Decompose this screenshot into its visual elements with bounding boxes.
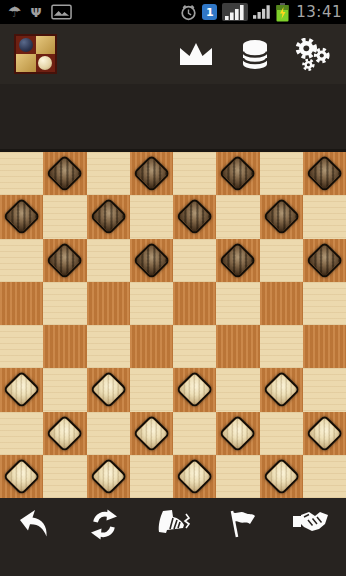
light-man[interactable] — [175, 457, 214, 496]
boot-kick-icon — [153, 509, 193, 537]
square-a4[interactable] — [0, 325, 43, 368]
square-g7[interactable] — [260, 195, 303, 238]
light-man[interactable] — [132, 414, 171, 453]
crown-icon — [177, 41, 215, 67]
app-icon-dark-piece — [16, 36, 36, 54]
dark-man[interactable] — [219, 154, 258, 193]
square-f7[interactable] — [216, 195, 259, 238]
square-c8[interactable] — [87, 152, 130, 195]
square-d1[interactable] — [130, 455, 173, 498]
square-f6[interactable] — [216, 239, 259, 282]
square-f2[interactable] — [216, 412, 259, 455]
square-b1[interactable] — [43, 455, 86, 498]
square-g3[interactable] — [260, 368, 303, 411]
light-man[interactable] — [2, 457, 41, 496]
checkers-board[interactable] — [0, 152, 346, 498]
square-f8[interactable] — [216, 152, 259, 195]
dark-man[interactable] — [46, 241, 85, 280]
dark-man[interactable] — [175, 198, 214, 237]
dark-man[interactable] — [305, 154, 344, 193]
square-f4[interactable] — [216, 325, 259, 368]
handshake-icon — [292, 509, 330, 535]
square-h5[interactable] — [303, 282, 346, 325]
square-b7[interactable] — [43, 195, 86, 238]
square-g1[interactable] — [260, 455, 303, 498]
square-a2[interactable] — [0, 412, 43, 455]
square-b5[interactable] — [43, 282, 86, 325]
light-man[interactable] — [262, 371, 301, 410]
signal-primary-icon — [222, 3, 248, 21]
dark-man[interactable] — [219, 241, 258, 280]
empty-strip — [0, 84, 346, 152]
light-man[interactable] — [89, 371, 128, 410]
square-e2[interactable] — [173, 412, 216, 455]
square-c6[interactable] — [87, 239, 130, 282]
usb-icon: Ψ — [30, 6, 41, 19]
coin-stack-icon — [241, 39, 269, 70]
app-bar — [0, 24, 346, 84]
dark-man[interactable] — [132, 154, 171, 193]
square-a3[interactable] — [0, 368, 43, 411]
app-screen: ☂ Ψ 1 — [0, 0, 346, 576]
battery-charging-icon — [276, 3, 289, 22]
undo-button[interactable] — [0, 509, 69, 539]
app-icon-light-piece — [36, 54, 56, 72]
square-b4[interactable] — [43, 325, 86, 368]
dark-man[interactable] — [2, 198, 41, 237]
square-d3[interactable] — [130, 368, 173, 411]
kick-button[interactable] — [138, 509, 207, 537]
gears-icon — [295, 38, 330, 71]
square-a1[interactable] — [0, 455, 43, 498]
light-man[interactable] — [89, 457, 128, 496]
square-c5[interactable] — [87, 282, 130, 325]
square-h3[interactable] — [303, 368, 346, 411]
square-h6[interactable] — [303, 239, 346, 282]
dark-man[interactable] — [262, 198, 301, 237]
square-d7[interactable] — [130, 195, 173, 238]
square-f1[interactable] — [216, 455, 259, 498]
square-d8[interactable] — [130, 152, 173, 195]
square-d5[interactable] — [130, 282, 173, 325]
square-e8[interactable] — [173, 152, 216, 195]
square-f5[interactable] — [216, 282, 259, 325]
umbrella-icon: ☂ — [8, 5, 21, 20]
crown-button[interactable] — [177, 41, 215, 67]
square-c4[interactable] — [87, 325, 130, 368]
signal-secondary-icon — [253, 5, 271, 19]
dark-man[interactable] — [305, 241, 344, 280]
square-g2[interactable] — [260, 412, 303, 455]
square-h1[interactable] — [303, 455, 346, 498]
gallery-icon — [51, 4, 72, 20]
status-right-icons: 1 — [180, 3, 346, 22]
square-a6[interactable] — [0, 239, 43, 282]
light-man[interactable] — [46, 414, 85, 453]
square-e4[interactable] — [173, 325, 216, 368]
light-man[interactable] — [305, 414, 344, 453]
light-man[interactable] — [175, 371, 214, 410]
light-man[interactable] — [219, 414, 258, 453]
square-c3[interactable] — [87, 368, 130, 411]
restart-button[interactable] — [69, 509, 138, 540]
square-a7[interactable] — [0, 195, 43, 238]
square-c1[interactable] — [87, 455, 130, 498]
square-a8[interactable] — [0, 152, 43, 195]
square-h7[interactable] — [303, 195, 346, 238]
square-d6[interactable] — [130, 239, 173, 282]
status-bar: ☂ Ψ 1 — [0, 0, 346, 24]
square-e6[interactable] — [173, 239, 216, 282]
light-man[interactable] — [2, 371, 41, 410]
dark-man[interactable] — [89, 198, 128, 237]
draw-button[interactable] — [277, 509, 346, 535]
flag-icon — [226, 509, 258, 538]
square-h8[interactable] — [303, 152, 346, 195]
square-e5[interactable] — [173, 282, 216, 325]
status-left-icons: ☂ Ψ — [0, 4, 72, 20]
square-e7[interactable] — [173, 195, 216, 238]
notification-badge: 1 — [202, 4, 217, 20]
bottom-bar — [0, 498, 346, 576]
square-b2[interactable] — [43, 412, 86, 455]
square-g4[interactable] — [260, 325, 303, 368]
square-c2[interactable] — [87, 412, 130, 455]
square-h2[interactable] — [303, 412, 346, 455]
dark-man[interactable] — [132, 241, 171, 280]
square-g5[interactable] — [260, 282, 303, 325]
checkers-app-icon — [14, 34, 57, 74]
app-bar-actions — [177, 38, 346, 71]
square-g8[interactable] — [260, 152, 303, 195]
square-e3[interactable] — [173, 368, 216, 411]
coin-stack-button[interactable] — [241, 39, 269, 70]
square-b6[interactable] — [43, 239, 86, 282]
dark-man[interactable] — [46, 154, 85, 193]
alarm-icon — [180, 4, 197, 21]
square-f3[interactable] — [216, 368, 259, 411]
square-d2[interactable] — [130, 412, 173, 455]
square-h4[interactable] — [303, 325, 346, 368]
resign-button[interactable] — [208, 509, 277, 538]
restart-arrows-icon — [89, 509, 119, 540]
square-e1[interactable] — [173, 455, 216, 498]
square-d4[interactable] — [130, 325, 173, 368]
square-c7[interactable] — [87, 195, 130, 238]
status-clock: 13:41 — [294, 3, 342, 21]
square-b3[interactable] — [43, 368, 86, 411]
light-man[interactable] — [262, 457, 301, 496]
square-b8[interactable] — [43, 152, 86, 195]
square-a5[interactable] — [0, 282, 43, 325]
undo-arrow-icon — [18, 509, 52, 539]
settings-button[interactable] — [295, 38, 330, 71]
square-g6[interactable] — [260, 239, 303, 282]
